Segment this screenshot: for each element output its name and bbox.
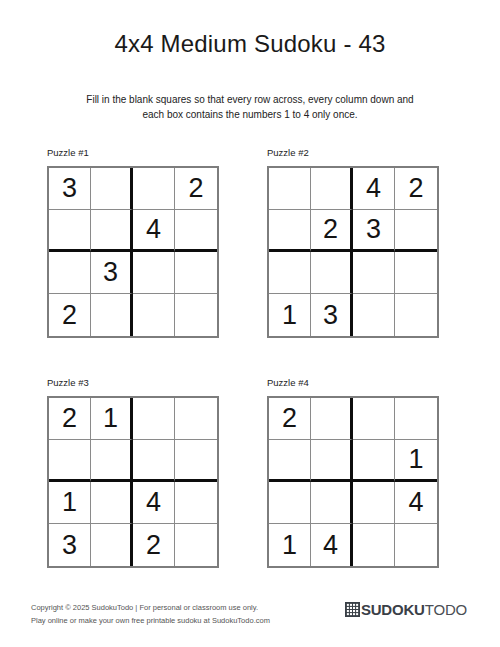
puzzle-4-cell-r3c2[interactable] <box>311 482 353 524</box>
puzzle-3-cell-r3c4[interactable] <box>175 482 217 524</box>
puzzle-4-cell-r2c2[interactable] <box>311 440 353 482</box>
puzzle-1-cell-r4c1: 2 <box>49 294 91 336</box>
instructions-text: Fill in the blank squares so that every … <box>0 92 500 122</box>
puzzle-1-cell-r1c4: 2 <box>175 168 217 210</box>
footer-line-1: Copyright © 2025 SudokuTodo | For person… <box>31 601 270 614</box>
puzzle-3-cell-r2c3[interactable] <box>133 440 175 482</box>
puzzle-2-cell-r2c4[interactable] <box>395 210 437 252</box>
puzzle-2-cell-r1c4: 2 <box>395 168 437 210</box>
puzzle-1: Puzzle #1 32432 <box>47 147 219 338</box>
puzzle-3-cell-r3c1: 1 <box>49 482 91 524</box>
puzzle-3-cell-r4c1: 3 <box>49 524 91 566</box>
puzzle-2-cell-r4c2: 3 <box>311 294 353 336</box>
puzzle-4-cell-r1c1: 2 <box>269 398 311 440</box>
puzzle-3-cell-r3c3: 4 <box>133 482 175 524</box>
puzzle-1-cell-r3c3[interactable] <box>133 252 175 294</box>
puzzle-1-cell-r1c2[interactable] <box>91 168 133 210</box>
puzzle-2-cell-r1c3: 4 <box>353 168 395 210</box>
puzzle-4-cell-r1c2[interactable] <box>311 398 353 440</box>
puzzle-4-cell-r2c3[interactable] <box>353 440 395 482</box>
puzzle-1-cell-r3c4[interactable] <box>175 252 217 294</box>
puzzle-4: Puzzle #4 21414 <box>267 377 439 568</box>
logo-text-todo: TODO <box>425 601 467 618</box>
puzzle-1-label: Puzzle #1 <box>47 147 219 159</box>
logo-text: SUDOKUTODO <box>361 601 467 618</box>
puzzle-1-cell-r4c3[interactable] <box>133 294 175 336</box>
puzzle-4-cell-r2c1[interactable] <box>269 440 311 482</box>
puzzle-1-cell-r3c1[interactable] <box>49 252 91 294</box>
puzzle-3-grid: 211432 <box>47 396 219 568</box>
puzzle-2-cell-r2c1[interactable] <box>269 210 311 252</box>
logo-text-sudoku: SUDOKU <box>361 601 425 618</box>
puzzle-2-cell-r1c2[interactable] <box>311 168 353 210</box>
puzzle-3-cell-r3c2[interactable] <box>91 482 133 524</box>
puzzle-4-cell-r2c4: 1 <box>395 440 437 482</box>
puzzle-2-label: Puzzle #2 <box>267 147 439 159</box>
puzzle-3-cell-r4c2[interactable] <box>91 524 133 566</box>
puzzle-3-cell-r2c4[interactable] <box>175 440 217 482</box>
puzzle-3: Puzzle #3 211432 <box>47 377 219 568</box>
puzzle-4-cell-r1c3[interactable] <box>353 398 395 440</box>
puzzle-1-grid: 32432 <box>47 166 219 338</box>
puzzle-3-cell-r1c4[interactable] <box>175 398 217 440</box>
puzzle-4-cell-r3c4: 4 <box>395 482 437 524</box>
puzzle-1-cell-r1c3[interactable] <box>133 168 175 210</box>
puzzle-4-cell-r3c1[interactable] <box>269 482 311 524</box>
puzzle-3-cell-r2c1[interactable] <box>49 440 91 482</box>
sudoku-grid-icon <box>345 602 360 617</box>
footer-copyright: Copyright © 2025 SudokuTodo | For person… <box>31 601 270 627</box>
footer-line-2: Play online or make your own free printa… <box>31 614 270 627</box>
puzzle-2: Puzzle #2 422313 <box>267 147 439 338</box>
puzzle-4-cell-r3c3[interactable] <box>353 482 395 524</box>
puzzle-2-cell-r3c2[interactable] <box>311 252 353 294</box>
puzzle-1-cell-r2c3: 4 <box>133 210 175 252</box>
puzzle-4-cell-r4c2: 4 <box>311 524 353 566</box>
puzzle-2-cell-r4c4[interactable] <box>395 294 437 336</box>
puzzle-3-cell-r4c4[interactable] <box>175 524 217 566</box>
puzzle-3-cell-r2c2[interactable] <box>91 440 133 482</box>
puzzle-2-grid: 422313 <box>267 166 439 338</box>
puzzle-3-cell-r4c3: 2 <box>133 524 175 566</box>
sudokutodo-logo: SUDOKUTODO <box>345 601 467 618</box>
puzzle-1-cell-r2c2[interactable] <box>91 210 133 252</box>
puzzle-2-cell-r1c1[interactable] <box>269 168 311 210</box>
puzzle-1-cell-r4c2[interactable] <box>91 294 133 336</box>
puzzle-3-label: Puzzle #3 <box>47 377 219 389</box>
puzzle-4-cell-r4c1: 1 <box>269 524 311 566</box>
puzzle-3-cell-r1c1: 2 <box>49 398 91 440</box>
puzzle-1-cell-r3c2: 3 <box>91 252 133 294</box>
puzzle-4-cell-r4c4[interactable] <box>395 524 437 566</box>
puzzle-2-cell-r3c4[interactable] <box>395 252 437 294</box>
puzzle-4-cell-r1c4[interactable] <box>395 398 437 440</box>
page-title: 4x4 Medium Sudoku - 43 <box>0 30 500 58</box>
puzzle-1-cell-r2c4[interactable] <box>175 210 217 252</box>
puzzle-2-cell-r3c3[interactable] <box>353 252 395 294</box>
puzzle-4-grid: 21414 <box>267 396 439 568</box>
puzzle-2-cell-r4c3[interactable] <box>353 294 395 336</box>
puzzle-2-cell-r3c1[interactable] <box>269 252 311 294</box>
puzzle-1-cell-r1c1: 3 <box>49 168 91 210</box>
puzzle-1-cell-r4c4[interactable] <box>175 294 217 336</box>
puzzle-3-cell-r1c2: 1 <box>91 398 133 440</box>
puzzle-2-cell-r2c2: 2 <box>311 210 353 252</box>
puzzle-3-cell-r1c3[interactable] <box>133 398 175 440</box>
puzzle-2-cell-r2c3: 3 <box>353 210 395 252</box>
printable-sudoku-page: 4x4 Medium Sudoku - 43 Fill in the blank… <box>0 0 500 647</box>
puzzle-4-cell-r4c3[interactable] <box>353 524 395 566</box>
puzzle-1-cell-r2c1[interactable] <box>49 210 91 252</box>
puzzle-4-label: Puzzle #4 <box>267 377 439 389</box>
puzzle-2-cell-r4c1: 1 <box>269 294 311 336</box>
